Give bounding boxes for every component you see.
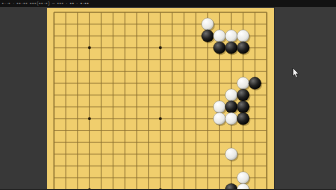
white-stone	[237, 172, 249, 184]
white-stone	[213, 101, 225, 113]
black-stone	[225, 184, 237, 190]
black-stone	[202, 30, 214, 42]
white-stone	[213, 30, 225, 42]
title-bar-text: ▪··▪ · ▪▪·▪▪ ▪▪▪(▪▪·▪) – ▪▪▪	[0, 0, 64, 6]
right-panel	[274, 7, 336, 189]
black-stone	[225, 101, 237, 113]
black-stone	[249, 77, 261, 89]
white-stone	[225, 30, 237, 42]
black-stone	[237, 101, 249, 113]
title-bar: ▪··▪ · ▪▪·▪▪ ▪▪▪(▪▪·▪) – ▪▪▪ · ▪▪ · ▪·▪▪	[0, 0, 336, 7]
title-bar-text-right: · ▪▪ · ▪·▪▪	[66, 0, 90, 6]
app-window: ▪··▪ · ▪▪·▪▪ ▪▪▪(▪▪·▪) – ▪▪▪ · ▪▪ · ▪·▪▪	[0, 0, 336, 189]
left-panel	[0, 7, 47, 189]
mouse-cursor-icon	[292, 68, 300, 78]
black-stone	[237, 89, 249, 101]
white-stone	[225, 89, 237, 101]
black-stone	[237, 42, 249, 54]
black-stone	[213, 42, 225, 54]
white-stone	[237, 77, 249, 89]
white-stone	[225, 148, 237, 160]
white-stone	[225, 113, 237, 125]
go-board-grid	[47, 8, 274, 189]
white-stone	[237, 184, 249, 190]
white-stone	[237, 30, 249, 42]
black-stone	[225, 42, 237, 54]
black-stone	[237, 113, 249, 125]
white-stone	[213, 113, 225, 125]
white-stone	[202, 18, 214, 30]
go-board[interactable]	[47, 8, 274, 189]
